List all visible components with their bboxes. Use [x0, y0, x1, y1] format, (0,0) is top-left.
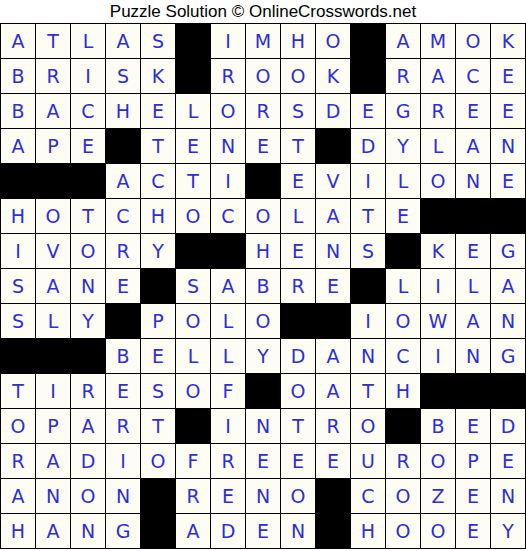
letter-cell-r12c11: O — [351, 409, 385, 443]
letter-cell-r13c12: R — [386, 444, 420, 478]
letter-cell-r13c7: R — [211, 444, 245, 478]
letter-cell-r4c12: Y — [386, 129, 420, 163]
letter-cell-r6c5: H — [141, 199, 175, 233]
block-cell-r10c1 — [1, 339, 35, 373]
letter-cell-r10c10: A — [316, 339, 350, 373]
block-cell-r11c14 — [456, 374, 490, 408]
block-cell-r11c13 — [421, 374, 455, 408]
letter-cell-r9c1: S — [1, 304, 35, 338]
letter-cell-r4c9: T — [281, 129, 315, 163]
letter-cell-r2c1: B — [1, 59, 35, 93]
letter-cell-r15c8: E — [246, 514, 280, 548]
letter-cell-r5c15: E — [491, 164, 525, 198]
letter-cell-r9c2: L — [36, 304, 70, 338]
letter-cell-r3c11: E — [351, 94, 385, 128]
letter-cell-r5c12: L — [386, 164, 420, 198]
letter-cell-r7c13: K — [421, 234, 455, 268]
block-cell-r9c10 — [316, 304, 350, 338]
block-cell-r1c11 — [351, 24, 385, 58]
letter-cell-r8c10: E — [316, 269, 350, 303]
block-cell-r7c6 — [176, 234, 210, 268]
letter-cell-r1c5: S — [141, 24, 175, 58]
letter-cell-r6c7: C — [211, 199, 245, 233]
letter-cell-r10c12: C — [386, 339, 420, 373]
letter-cell-r4c1: A — [1, 129, 35, 163]
letter-cell-r9c11: I — [351, 304, 385, 338]
letter-cell-r11c3: R — [71, 374, 105, 408]
letter-cell-r3c15: E — [491, 94, 525, 128]
letter-cell-r1c2: T — [36, 24, 70, 58]
letter-cell-r7c9: E — [281, 234, 315, 268]
letter-cell-r14c13: Z — [421, 479, 455, 513]
block-cell-r5c8 — [246, 164, 280, 198]
letter-cell-r12c9: T — [281, 409, 315, 443]
letter-cell-r3c1: B — [1, 94, 35, 128]
block-cell-r1c6 — [176, 24, 210, 58]
letter-cell-r3c10: D — [316, 94, 350, 128]
letter-cell-r11c1: T — [1, 374, 35, 408]
letter-cell-r2c13: A — [421, 59, 455, 93]
letter-cell-r1c10: O — [316, 24, 350, 58]
letter-cell-r10c4: B — [106, 339, 140, 373]
letter-cell-r2c7: R — [211, 59, 245, 93]
letter-cell-r7c10: N — [316, 234, 350, 268]
letter-cell-r12c1: O — [1, 409, 35, 443]
letter-cell-r14c15: N — [491, 479, 525, 513]
letter-cell-r2c10: K — [316, 59, 350, 93]
letter-cell-r6c1: H — [1, 199, 35, 233]
block-cell-r8c11 — [351, 269, 385, 303]
letter-cell-r10c15: G — [491, 339, 525, 373]
letter-cell-r11c9: O — [281, 374, 315, 408]
letter-cell-r11c11: T — [351, 374, 385, 408]
letter-cell-r3c12: G — [386, 94, 420, 128]
letter-cell-r9c14: A — [456, 304, 490, 338]
letter-cell-r14c6: R — [176, 479, 210, 513]
letter-cell-r9c13: W — [421, 304, 455, 338]
letter-cell-r7c15: G — [491, 234, 525, 268]
letter-cell-r9c7: L — [211, 304, 245, 338]
letter-cell-r6c9: L — [281, 199, 315, 233]
letter-cell-r8c13: I — [421, 269, 455, 303]
letter-cell-r5c4: A — [106, 164, 140, 198]
block-cell-r12c12 — [386, 409, 420, 443]
letter-cell-r6c10: A — [316, 199, 350, 233]
block-cell-r5c3 — [71, 164, 105, 198]
letter-cell-r2c9: O — [281, 59, 315, 93]
letter-cell-r4c6: E — [176, 129, 210, 163]
block-cell-r9c9 — [281, 304, 315, 338]
letter-cell-r15c13: O — [421, 514, 455, 548]
letter-cell-r14c7: E — [211, 479, 245, 513]
letter-cell-r3c13: R — [421, 94, 455, 128]
letter-cell-r3c9: S — [281, 94, 315, 128]
letter-cell-r3c2: A — [36, 94, 70, 128]
letter-cell-r4c2: P — [36, 129, 70, 163]
letter-cell-r13c1: R — [1, 444, 35, 478]
letter-cell-r3c7: O — [211, 94, 245, 128]
letter-cell-r7c3: O — [71, 234, 105, 268]
letter-cell-r12c10: R — [316, 409, 350, 443]
letter-cell-r11c4: E — [106, 374, 140, 408]
letter-cell-r13c11: U — [351, 444, 385, 478]
letter-cell-r10c9: D — [281, 339, 315, 373]
letter-cell-r14c2: N — [36, 479, 70, 513]
letter-cell-r12c7: I — [211, 409, 245, 443]
block-cell-r14c10 — [316, 479, 350, 513]
letter-cell-r5c14: N — [456, 164, 490, 198]
block-cell-r9c4 — [106, 304, 140, 338]
letter-cell-r15c4: G — [106, 514, 140, 548]
letter-cell-r2c15: E — [491, 59, 525, 93]
letter-cell-r1c9: H — [281, 24, 315, 58]
letter-cell-r5c6: T — [176, 164, 210, 198]
letter-cell-r14c14: E — [456, 479, 490, 513]
letter-cell-r10c13: I — [421, 339, 455, 373]
block-cell-r15c10 — [316, 514, 350, 548]
block-cell-r11c15 — [491, 374, 525, 408]
block-cell-r4c4 — [106, 129, 140, 163]
block-cell-r4c10 — [316, 129, 350, 163]
letter-cell-r12c14: E — [456, 409, 490, 443]
letter-cell-r7c1: I — [1, 234, 35, 268]
letter-cell-r10c8: Y — [246, 339, 280, 373]
letter-cell-r13c10: E — [316, 444, 350, 478]
letter-cell-r8c3: N — [71, 269, 105, 303]
letter-cell-r10c5: E — [141, 339, 175, 373]
letter-cell-r8c14: L — [456, 269, 490, 303]
letter-cell-r1c15: K — [491, 24, 525, 58]
letter-cell-r8c7: A — [211, 269, 245, 303]
letter-cell-r8c2: A — [36, 269, 70, 303]
letter-cell-r1c3: L — [71, 24, 105, 58]
letter-cell-r12c13: B — [421, 409, 455, 443]
letter-cell-r10c6: L — [176, 339, 210, 373]
letter-cell-r5c11: I — [351, 164, 385, 198]
letter-cell-r13c9: E — [281, 444, 315, 478]
letter-cell-r10c7: L — [211, 339, 245, 373]
letter-cell-r13c4: I — [106, 444, 140, 478]
block-cell-r10c2 — [36, 339, 70, 373]
block-cell-r11c8 — [246, 374, 280, 408]
letter-cell-r1c4: A — [106, 24, 140, 58]
letter-cell-r4c14: A — [456, 129, 490, 163]
letter-cell-r14c4: N — [106, 479, 140, 513]
letter-cell-r12c3: A — [71, 409, 105, 443]
letter-cell-r4c11: D — [351, 129, 385, 163]
letter-cell-r8c6: S — [176, 269, 210, 303]
letter-cell-r6c8: O — [246, 199, 280, 233]
letter-cell-r15c6: A — [176, 514, 210, 548]
block-cell-r6c15 — [491, 199, 525, 233]
letter-cell-r10c11: N — [351, 339, 385, 373]
letter-cell-r4c8: E — [246, 129, 280, 163]
letter-cell-r14c11: C — [351, 479, 385, 513]
block-cell-r7c12 — [386, 234, 420, 268]
letter-cell-r9c15: N — [491, 304, 525, 338]
letter-cell-r9c12: O — [386, 304, 420, 338]
block-cell-r5c2 — [36, 164, 70, 198]
letter-cell-r5c9: E — [281, 164, 315, 198]
letter-cell-r1c1: A — [1, 24, 35, 58]
block-cell-r2c11 — [351, 59, 385, 93]
letter-cell-r11c7: F — [211, 374, 245, 408]
letter-cell-r1c12: A — [386, 24, 420, 58]
letter-cell-r7c11: S — [351, 234, 385, 268]
letter-cell-r8c1: S — [1, 269, 35, 303]
block-cell-r6c13 — [421, 199, 455, 233]
letter-cell-r2c4: S — [106, 59, 140, 93]
letter-cell-r4c3: E — [71, 129, 105, 163]
page-title: Puzzle Solution © OnlineCrosswords.net — [0, 0, 526, 23]
block-cell-r6c14 — [456, 199, 490, 233]
letter-cell-r7c8: H — [246, 234, 280, 268]
letter-cell-r9c5: P — [141, 304, 175, 338]
letter-cell-r6c3: T — [71, 199, 105, 233]
letter-cell-r2c5: K — [141, 59, 175, 93]
letter-cell-r15c2: A — [36, 514, 70, 548]
letter-cell-r15c7: D — [211, 514, 245, 548]
letter-cell-r15c11: H — [351, 514, 385, 548]
letter-cell-r3c8: R — [246, 94, 280, 128]
letter-cell-r12c5: T — [141, 409, 175, 443]
block-cell-r14c5 — [141, 479, 175, 513]
letter-cell-r15c14: E — [456, 514, 490, 548]
block-cell-r15c5 — [141, 514, 175, 548]
block-cell-r8c5 — [141, 269, 175, 303]
letter-cell-r12c4: R — [106, 409, 140, 443]
letter-cell-r13c8: E — [246, 444, 280, 478]
letter-cell-r4c15: N — [491, 129, 525, 163]
letter-cell-r1c13: M — [421, 24, 455, 58]
letter-cell-r11c12: H — [386, 374, 420, 408]
letter-cell-r2c8: O — [246, 59, 280, 93]
letter-cell-r6c12: E — [386, 199, 420, 233]
letter-cell-r8c8: B — [246, 269, 280, 303]
letter-cell-r15c12: O — [386, 514, 420, 548]
letter-cell-r3c14: E — [456, 94, 490, 128]
letter-cell-r1c14: O — [456, 24, 490, 58]
letter-cell-r7c4: R — [106, 234, 140, 268]
letter-cell-r13c6: F — [176, 444, 210, 478]
letter-cell-r14c12: O — [386, 479, 420, 513]
letter-cell-r2c14: C — [456, 59, 490, 93]
letter-cell-r5c10: V — [316, 164, 350, 198]
block-cell-r5c1 — [1, 164, 35, 198]
letter-cell-r9c6: O — [176, 304, 210, 338]
letter-cell-r15c3: N — [71, 514, 105, 548]
letter-cell-r11c6: O — [176, 374, 210, 408]
letter-cell-r2c2: R — [36, 59, 70, 93]
letter-cell-r11c2: I — [36, 374, 70, 408]
letter-cell-r13c14: P — [456, 444, 490, 478]
letter-cell-r4c13: L — [421, 129, 455, 163]
letter-cell-r6c11: T — [351, 199, 385, 233]
letter-cell-r11c5: S — [141, 374, 175, 408]
letter-cell-r1c8: M — [246, 24, 280, 58]
letter-cell-r12c15: D — [491, 409, 525, 443]
letter-cell-r12c8: N — [246, 409, 280, 443]
letter-cell-r9c8: O — [246, 304, 280, 338]
letter-cell-r13c5: O — [141, 444, 175, 478]
block-cell-r7c7 — [211, 234, 245, 268]
letter-cell-r14c8: N — [246, 479, 280, 513]
letter-cell-r1c7: I — [211, 24, 245, 58]
letter-cell-r8c12: L — [386, 269, 420, 303]
letter-cell-r4c7: N — [211, 129, 245, 163]
letter-cell-r8c4: E — [106, 269, 140, 303]
block-cell-r10c3 — [71, 339, 105, 373]
letter-cell-r5c13: O — [421, 164, 455, 198]
letter-cell-r3c6: L — [176, 94, 210, 128]
letter-cell-r10c14: N — [456, 339, 490, 373]
block-cell-r12c6 — [176, 409, 210, 443]
letter-cell-r3c5: E — [141, 94, 175, 128]
letter-cell-r5c5: C — [141, 164, 175, 198]
letter-cell-r5c7: I — [211, 164, 245, 198]
letter-cell-r7c2: V — [36, 234, 70, 268]
letter-cell-r6c4: C — [106, 199, 140, 233]
letter-cell-r13c15: E — [491, 444, 525, 478]
letter-cell-r8c15: A — [491, 269, 525, 303]
letter-cell-r14c3: O — [71, 479, 105, 513]
letter-cell-r3c4: H — [106, 94, 140, 128]
letter-cell-r13c13: O — [421, 444, 455, 478]
letter-cell-r13c2: A — [36, 444, 70, 478]
letter-cell-r7c14: E — [456, 234, 490, 268]
crossword-grid: ATLASIMHOAMOKBRISKROOKRACEBACHELORSDEGRE… — [0, 23, 526, 549]
letter-cell-r12c2: P — [36, 409, 70, 443]
letter-cell-r11c10: A — [316, 374, 350, 408]
letter-cell-r15c15: Y — [491, 514, 525, 548]
letter-cell-r14c1: A — [1, 479, 35, 513]
letter-cell-r7c5: Y — [141, 234, 175, 268]
letter-cell-r2c3: I — [71, 59, 105, 93]
letter-cell-r6c6: O — [176, 199, 210, 233]
letter-cell-r13c3: D — [71, 444, 105, 478]
letter-cell-r6c2: O — [36, 199, 70, 233]
letter-cell-r15c1: H — [1, 514, 35, 548]
letter-cell-r14c9: O — [281, 479, 315, 513]
block-cell-r2c6 — [176, 59, 210, 93]
letter-cell-r4c5: T — [141, 129, 175, 163]
letter-cell-r9c3: Y — [71, 304, 105, 338]
letter-cell-r15c9: N — [281, 514, 315, 548]
letter-cell-r3c3: C — [71, 94, 105, 128]
letter-cell-r2c12: R — [386, 59, 420, 93]
letter-cell-r8c9: R — [281, 269, 315, 303]
